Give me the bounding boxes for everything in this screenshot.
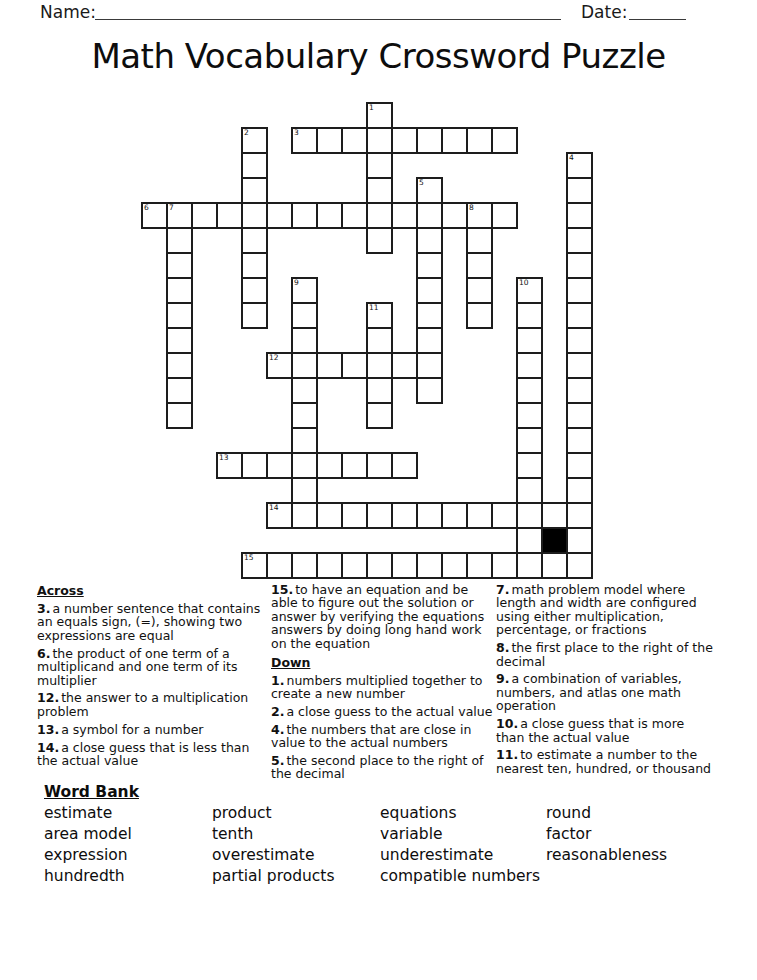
grid-cell[interactable] bbox=[241, 277, 268, 304]
grid-cell[interactable] bbox=[566, 452, 593, 479]
grid-cell[interactable] bbox=[566, 427, 593, 454]
cell-number: 15 bbox=[244, 553, 254, 562]
grid-cell[interactable] bbox=[516, 452, 543, 479]
grid-cell[interactable] bbox=[291, 502, 318, 529]
grid-cell[interactable] bbox=[466, 252, 493, 279]
grid-cell[interactable] bbox=[416, 277, 443, 304]
grid-cell[interactable] bbox=[516, 327, 543, 354]
grid-cell[interactable] bbox=[391, 502, 418, 529]
grid-cell[interactable] bbox=[366, 552, 393, 579]
cell-number: 11 bbox=[369, 303, 379, 312]
clue-text: numbers multiplied together to create a … bbox=[271, 673, 483, 701]
word-bank: estimate product equations round area mo… bbox=[44, 804, 734, 888]
grid-cell[interactable] bbox=[166, 252, 193, 279]
grid-cell[interactable] bbox=[516, 352, 543, 379]
grid-cell[interactable] bbox=[316, 352, 343, 379]
grid-cell[interactable] bbox=[266, 552, 293, 579]
grid-cell[interactable] bbox=[566, 377, 593, 404]
grid-cell[interactable] bbox=[416, 127, 443, 154]
clue-text: a combination of variables, numbers, and… bbox=[496, 671, 682, 713]
clue-across-15: 15.to have an equation and be able to fi… bbox=[271, 583, 495, 650]
cell-number: 9 bbox=[294, 278, 299, 287]
grid-cell[interactable] bbox=[416, 502, 443, 529]
grid-cell[interactable] bbox=[566, 177, 593, 204]
grid-cell[interactable] bbox=[416, 227, 443, 254]
grid-cell[interactable] bbox=[391, 552, 418, 579]
grid-cell[interactable] bbox=[166, 377, 193, 404]
grid-cell[interactable] bbox=[266, 452, 293, 479]
clue-text: the second place to the right of the dec… bbox=[271, 753, 484, 781]
grid-cell[interactable]: 9 bbox=[291, 277, 318, 304]
wordbank-item: expression bbox=[44, 846, 212, 867]
grid-cell[interactable] bbox=[241, 227, 268, 254]
grid-cell[interactable] bbox=[291, 477, 318, 504]
clue-across-6: 6.the product of one term of a multiplic… bbox=[37, 647, 268, 687]
grid-cell[interactable] bbox=[466, 552, 493, 579]
clue-text: the answer to a multiplication problem bbox=[37, 690, 248, 718]
grid-cell[interactable] bbox=[366, 177, 393, 204]
grid-cell[interactable]: 14 bbox=[266, 502, 293, 529]
wordbank-item: underestimate bbox=[380, 846, 546, 867]
grid-cell[interactable] bbox=[491, 552, 518, 579]
wordbank-item: reasonableness bbox=[546, 846, 734, 867]
grid-cell[interactable] bbox=[366, 227, 393, 254]
grid-cell[interactable] bbox=[541, 502, 568, 529]
wordbank-item: overestimate bbox=[212, 846, 380, 867]
grid-cell[interactable] bbox=[441, 552, 468, 579]
grid-cell[interactable] bbox=[566, 302, 593, 329]
grid-cell[interactable] bbox=[366, 152, 393, 179]
grid-cell[interactable]: 7 bbox=[166, 202, 193, 229]
cell-number: 2 bbox=[244, 128, 249, 137]
grid-cell[interactable] bbox=[366, 402, 393, 429]
clue-text: to have an equation and be able to figur… bbox=[271, 582, 484, 651]
grid-cell[interactable] bbox=[316, 552, 343, 579]
clue-text: a number sentence that contains an equal… bbox=[37, 601, 260, 643]
grid-cell[interactable] bbox=[241, 452, 268, 479]
grid-cell[interactable] bbox=[166, 227, 193, 254]
clue-down-11: 11.to estimate a number to the nearest t… bbox=[496, 748, 715, 775]
grid-cell[interactable] bbox=[166, 352, 193, 379]
clue-text: a close guess that is more than the actu… bbox=[496, 716, 684, 744]
grid-cell[interactable] bbox=[516, 402, 543, 429]
grid-cell[interactable] bbox=[266, 202, 293, 229]
grid-cell[interactable] bbox=[341, 452, 368, 479]
grid-cell[interactable] bbox=[566, 502, 593, 529]
clue-text: a close guess that is less than the actu… bbox=[37, 740, 249, 768]
grid-cell[interactable] bbox=[516, 527, 543, 554]
wordbank-item: area model bbox=[44, 825, 212, 846]
grid-cell[interactable] bbox=[541, 552, 568, 579]
clue-across-3: 3.a number sentence that contains an equ… bbox=[37, 602, 268, 642]
grid-cell[interactable] bbox=[366, 327, 393, 354]
grid-cell[interactable] bbox=[166, 302, 193, 329]
grid-cell[interactable] bbox=[341, 552, 368, 579]
grid-cell[interactable] bbox=[316, 502, 343, 529]
grid-cell[interactable] bbox=[316, 202, 343, 229]
grid-cell[interactable] bbox=[416, 327, 443, 354]
grid-cell[interactable] bbox=[516, 552, 543, 579]
grid-cell[interactable] bbox=[566, 227, 593, 254]
middle-clues-column: 15.to have an equation and be able to fi… bbox=[271, 583, 495, 785]
grid-cell[interactable]: 11 bbox=[366, 302, 393, 329]
name-fill-line[interactable] bbox=[95, 2, 561, 20]
cell-number: 12 bbox=[269, 353, 279, 362]
grid-cell[interactable] bbox=[191, 202, 218, 229]
grid-cell[interactable] bbox=[566, 402, 593, 429]
cell-number: 13 bbox=[219, 453, 229, 462]
grid-cell[interactable] bbox=[566, 202, 593, 229]
grid-cell[interactable] bbox=[516, 302, 543, 329]
grid-cell[interactable] bbox=[391, 127, 418, 154]
grid-cell[interactable] bbox=[291, 377, 318, 404]
cell-number: 14 bbox=[269, 503, 279, 512]
clue-text: a close guess to the actual value bbox=[286, 704, 492, 719]
cell-number: 1 bbox=[369, 103, 374, 112]
grid-cell[interactable] bbox=[516, 502, 543, 529]
wordbank-item: factor bbox=[546, 825, 734, 846]
grid-cell[interactable] bbox=[566, 277, 593, 304]
grid-cell[interactable]: 8 bbox=[466, 202, 493, 229]
cell-number: 5 bbox=[419, 178, 424, 187]
date-label: Date: bbox=[581, 2, 627, 22]
clue-text: the product of one term of a multiplican… bbox=[37, 646, 237, 688]
wordbank-item: equations bbox=[380, 804, 546, 825]
grid-cell[interactable] bbox=[316, 452, 343, 479]
clue-down-8: 8.the first place to the right of the de… bbox=[496, 641, 715, 668]
grid-cell[interactable] bbox=[416, 352, 443, 379]
grid-cell[interactable] bbox=[391, 202, 418, 229]
grid-cell[interactable] bbox=[441, 127, 468, 154]
clue-down-5: 5.the second place to the right of the d… bbox=[271, 754, 495, 781]
wordbank-item: compatible numbers bbox=[380, 867, 546, 888]
grid-cell[interactable] bbox=[341, 502, 368, 529]
grid-cell[interactable] bbox=[416, 202, 443, 229]
black-cell bbox=[541, 527, 568, 554]
clue-down-9: 9.a combination of variables, numbers, a… bbox=[496, 672, 715, 712]
grid-cell[interactable] bbox=[241, 252, 268, 279]
crossword-grid: 123456789101112131415 bbox=[141, 102, 593, 579]
wordbank-item: round bbox=[546, 804, 734, 825]
grid-cell[interactable] bbox=[416, 302, 443, 329]
cell-number: 4 bbox=[569, 153, 574, 162]
grid-cell[interactable]: 6 bbox=[141, 202, 168, 229]
grid-cell[interactable]: 12 bbox=[266, 352, 293, 379]
grid-cell[interactable] bbox=[241, 152, 268, 179]
grid-cell[interactable] bbox=[241, 302, 268, 329]
grid-cell[interactable] bbox=[366, 452, 393, 479]
down-header: Down bbox=[271, 655, 495, 670]
clue-down-10: 10.a close guess that is more than the a… bbox=[496, 717, 715, 744]
grid-cell[interactable] bbox=[341, 127, 368, 154]
cell-number: 7 bbox=[169, 203, 174, 212]
grid-cell[interactable] bbox=[416, 377, 443, 404]
clue-down-4: 4.the numbers that are close in value to… bbox=[271, 723, 495, 750]
down-clues-column: 7.math problem model where length and wi… bbox=[496, 583, 715, 780]
grid-cell[interactable] bbox=[566, 252, 593, 279]
grid-cell[interactable] bbox=[466, 227, 493, 254]
wordbank-item: hundredth bbox=[44, 867, 212, 888]
grid-cell[interactable] bbox=[166, 402, 193, 429]
grid-cell[interactable] bbox=[341, 202, 368, 229]
grid-cell[interactable]: 1 bbox=[366, 102, 393, 129]
grid-cell[interactable] bbox=[566, 527, 593, 554]
grid-cell[interactable] bbox=[466, 127, 493, 154]
grid-cell[interactable] bbox=[516, 377, 543, 404]
clue-number: 13. bbox=[37, 722, 59, 737]
cell-number: 10 bbox=[519, 278, 529, 287]
word-bank-header: Word Bank bbox=[44, 783, 139, 801]
grid-cell[interactable] bbox=[166, 327, 193, 354]
page-title: Math Vocabulary Crossword Puzzle bbox=[0, 36, 757, 76]
clue-down-1: 1.numbers multiplied together to create … bbox=[271, 674, 495, 701]
grid-cell[interactable] bbox=[391, 452, 418, 479]
grid-cell[interactable] bbox=[566, 552, 593, 579]
clue-down-2: 2.a close guess to the actual value bbox=[271, 705, 495, 718]
grid-cell[interactable] bbox=[366, 377, 393, 404]
grid-cell[interactable] bbox=[316, 127, 343, 154]
grid-cell[interactable] bbox=[366, 202, 393, 229]
grid-cell[interactable] bbox=[291, 427, 318, 454]
grid-cell[interactable] bbox=[416, 252, 443, 279]
grid-cell[interactable] bbox=[291, 302, 318, 329]
grid-cell[interactable] bbox=[566, 477, 593, 504]
date-fill-line[interactable] bbox=[629, 2, 686, 20]
grid-cell[interactable] bbox=[491, 502, 518, 529]
clue-across-12: 12.the answer to a multiplication proble… bbox=[37, 691, 268, 718]
wordbank-item: partial products bbox=[212, 867, 380, 888]
grid-cell[interactable] bbox=[366, 502, 393, 529]
clue-text: a symbol for a number bbox=[61, 722, 203, 737]
grid-cell[interactable] bbox=[366, 127, 393, 154]
grid-cell[interactable] bbox=[341, 352, 368, 379]
grid-cell[interactable]: 2 bbox=[241, 127, 268, 154]
clue-text: the numbers that are close in value to t… bbox=[271, 722, 471, 750]
wordbank-item: product bbox=[212, 804, 380, 825]
grid-cell[interactable] bbox=[466, 502, 493, 529]
grid-cell[interactable] bbox=[291, 327, 318, 354]
cell-number: 6 bbox=[144, 203, 149, 212]
clue-across-13: 13.a symbol for a number bbox=[37, 723, 268, 736]
grid-cell[interactable]: 4 bbox=[566, 152, 593, 179]
grid-cell[interactable] bbox=[466, 302, 493, 329]
grid-cell[interactable]: 13 bbox=[216, 452, 243, 479]
grid-cell[interactable] bbox=[516, 477, 543, 504]
grid-cell[interactable]: 3 bbox=[291, 127, 318, 154]
clue-down-7: 7.math problem model where length and wi… bbox=[496, 583, 715, 637]
wordbank-item: tenth bbox=[212, 825, 380, 846]
grid-cell[interactable] bbox=[291, 452, 318, 479]
grid-cell[interactable] bbox=[566, 327, 593, 354]
grid-cell[interactable] bbox=[291, 552, 318, 579]
cell-number: 8 bbox=[469, 203, 474, 212]
grid-cell[interactable] bbox=[441, 202, 468, 229]
clue-text: to estimate a number to the nearest ten,… bbox=[496, 747, 711, 775]
grid-cell[interactable] bbox=[491, 202, 518, 229]
across-header: Across bbox=[37, 583, 268, 598]
grid-cell[interactable] bbox=[216, 202, 243, 229]
across-clues-column: Across 3.a number sentence that contains… bbox=[37, 583, 268, 772]
grid-cell[interactable] bbox=[291, 202, 318, 229]
grid-cell[interactable]: 15 bbox=[241, 552, 268, 579]
grid-cell[interactable] bbox=[416, 552, 443, 579]
clue-text: the first place to the right of the deci… bbox=[496, 640, 713, 668]
clue-number: 2. bbox=[271, 704, 284, 719]
grid-cell[interactable] bbox=[366, 352, 393, 379]
grid-cell[interactable] bbox=[291, 402, 318, 429]
grid-cell[interactable] bbox=[166, 277, 193, 304]
grid-cell[interactable]: 5 bbox=[416, 177, 443, 204]
grid-cell[interactable] bbox=[441, 502, 468, 529]
clue-text: math problem model where length and widt… bbox=[496, 582, 697, 637]
wordbank-item: estimate bbox=[44, 804, 212, 825]
grid-cell[interactable] bbox=[566, 352, 593, 379]
grid-cell[interactable] bbox=[241, 202, 268, 229]
cell-number: 3 bbox=[294, 128, 299, 137]
wordbank-item: variable bbox=[380, 825, 546, 846]
name-label: Name: bbox=[40, 2, 96, 22]
clue-across-14: 14.a close guess that is less than the a… bbox=[37, 741, 268, 768]
grid-cell[interactable] bbox=[491, 127, 518, 154]
grid-cell[interactable] bbox=[391, 352, 418, 379]
grid-cell[interactable] bbox=[241, 177, 268, 204]
grid-cell[interactable] bbox=[466, 277, 493, 304]
grid-cell[interactable] bbox=[291, 352, 318, 379]
grid-cell[interactable] bbox=[516, 427, 543, 454]
grid-cell[interactable]: 10 bbox=[516, 277, 543, 304]
